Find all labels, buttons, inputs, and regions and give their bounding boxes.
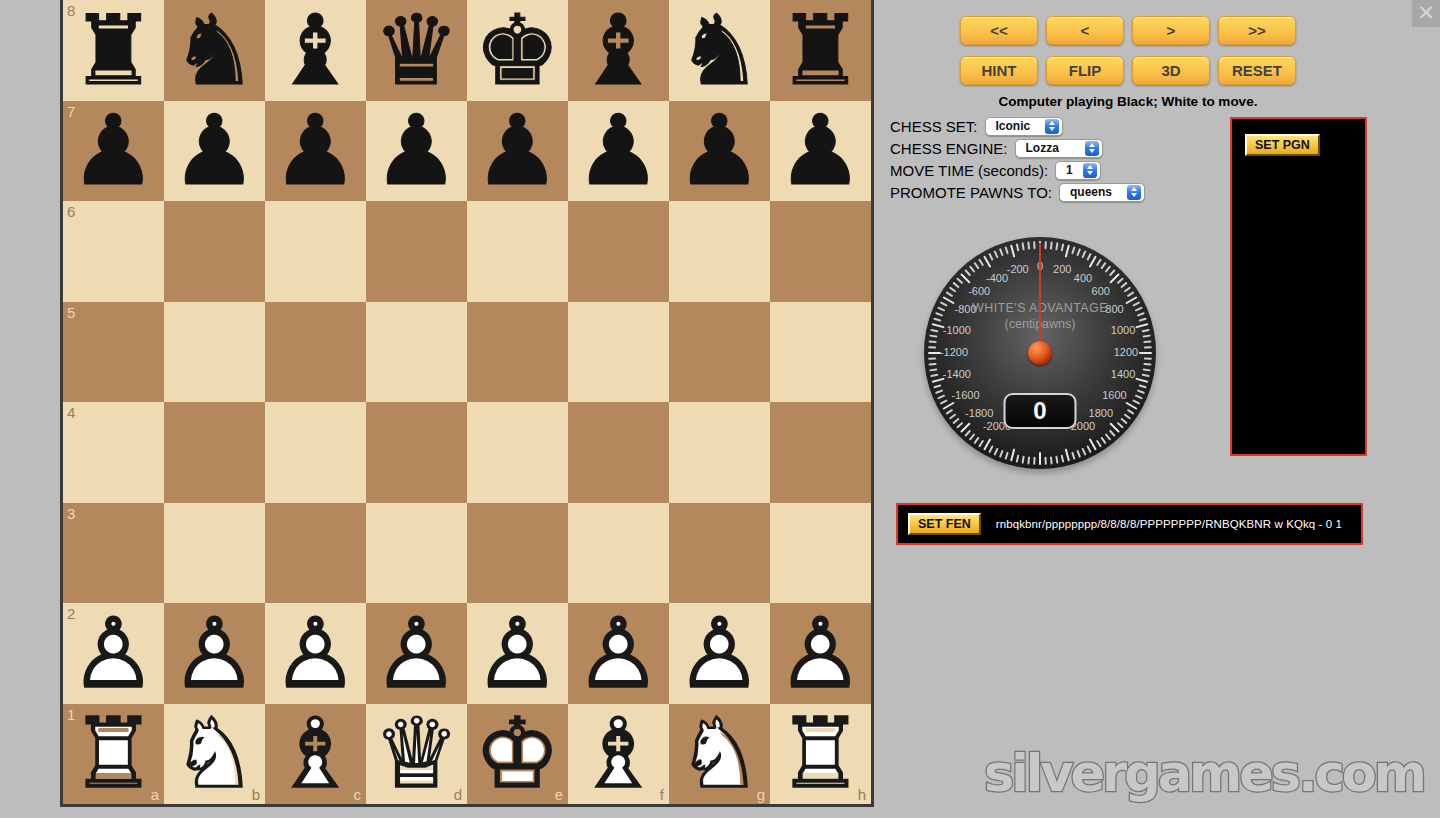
piece-white-queen[interactable]: ♛♕ xyxy=(366,704,467,805)
square-a7[interactable]: 7♟ xyxy=(63,101,164,202)
chess-engine-select[interactable]: Lozza xyxy=(1015,139,1103,158)
piece-white-knight[interactable]: ♞♘ xyxy=(164,704,265,805)
gauge-tick xyxy=(973,262,979,270)
piece-black-queen[interactable]: ♛ xyxy=(366,0,467,101)
piece-white-bishop[interactable]: ♝♗ xyxy=(265,704,366,805)
gauge-tick xyxy=(933,384,941,388)
gauge-tick xyxy=(1033,241,1035,249)
gauge-tick-label: 1200 xyxy=(1104,346,1148,358)
piece-white-bishop[interactable]: ♝♗ xyxy=(568,704,669,805)
square-f5[interactable] xyxy=(568,302,669,403)
gauge-tick xyxy=(946,291,954,297)
chess-engine-value: Lozza xyxy=(1026,141,1059,155)
fen-text[interactable]: rnbqkbnr/pppppppp/8/8/8/8/PPPPPPPP/RNBQK… xyxy=(996,518,1342,530)
gauge-tick xyxy=(1137,389,1145,394)
gauge-tick-label: 1800 xyxy=(1079,407,1123,419)
square-c2[interactable]: ♟♙ xyxy=(265,603,366,704)
piece-black-pawn[interactable]: ♟ xyxy=(568,101,669,202)
gauge-tick xyxy=(1143,340,1151,343)
piece-black-king[interactable]: ♚ xyxy=(467,0,568,101)
chess-engine-label: CHESS ENGINE: xyxy=(890,140,1008,157)
square-g3[interactable] xyxy=(669,503,770,604)
gauge-tick xyxy=(1127,291,1135,297)
gauge-tick xyxy=(999,248,1004,256)
gauge-tick xyxy=(1010,245,1015,258)
board-grid: 8♜♞♝♛♚♝♞♜7♟♟♟♟♟♟♟♟65432♟♙♟♙♟♙♟♙♟♙♟♙♟♙♟♙1… xyxy=(63,0,871,804)
square-e1[interactable]: e♚♔ xyxy=(467,704,568,805)
square-d4[interactable] xyxy=(366,402,467,503)
piece-black-pawn[interactable]: ♟ xyxy=(265,101,366,202)
gauge-tick xyxy=(1065,448,1070,461)
square-g5[interactable] xyxy=(669,302,770,403)
square-g7[interactable]: ♟ xyxy=(669,101,770,202)
square-d7[interactable]: ♟ xyxy=(366,101,467,202)
move-time-label: MOVE TIME (seconds): xyxy=(890,162,1048,179)
square-a4[interactable]: 4 xyxy=(63,402,164,503)
gauge-tick xyxy=(1016,455,1020,463)
chess-set-row: CHESS SET: Iconic xyxy=(890,116,1063,136)
gauge-tick xyxy=(1039,452,1041,465)
square-c1[interactable]: c♝♗ xyxy=(265,704,366,805)
promote-pawns-select[interactable]: queens xyxy=(1059,183,1145,202)
square-a5[interactable]: 5 xyxy=(63,302,164,403)
reset-button[interactable]: RESET xyxy=(1218,56,1296,85)
pgn-panel[interactable]: SET PGN xyxy=(1230,117,1367,456)
gauge-tick-label: -1600 xyxy=(944,389,988,401)
piece-black-pawn[interactable]: ♟ xyxy=(467,101,568,202)
square-e7[interactable]: ♟ xyxy=(467,101,568,202)
gauge-tick xyxy=(1127,409,1135,415)
square-f4[interactable] xyxy=(568,402,669,503)
silvergames-watermark: silvergames.com xyxy=(984,744,1424,803)
gauge-tick xyxy=(964,269,971,276)
square-d8[interactable]: ♛ xyxy=(366,0,467,101)
square-d3[interactable] xyxy=(366,503,467,604)
gauge-tick xyxy=(1109,430,1116,437)
gauge-tick xyxy=(994,250,999,258)
close-icon[interactable]: ✕ xyxy=(1412,0,1440,27)
gauge-tick xyxy=(978,259,984,267)
next-move-button[interactable]: > xyxy=(1132,16,1210,45)
square-b6[interactable] xyxy=(164,201,265,302)
square-h8[interactable]: ♜ xyxy=(770,0,871,101)
gauge-hub xyxy=(1028,341,1052,365)
gauge-tick xyxy=(988,445,993,453)
square-b2[interactable]: ♟♙ xyxy=(164,603,265,704)
piece-white-pawn[interactable]: ♟♙ xyxy=(164,603,265,704)
move-time-row: MOVE TIME (seconds): 1 xyxy=(890,160,1101,180)
nav-button-row: << < > >> xyxy=(960,16,1296,45)
square-d1[interactable]: d♛♕ xyxy=(366,704,467,805)
gauge-tick-label: -1400 xyxy=(935,368,979,380)
square-c3[interactable] xyxy=(265,503,366,604)
piece-black-rook[interactable]: ♜ xyxy=(63,0,164,101)
square-h4[interactable] xyxy=(770,402,871,503)
hint-button[interactable]: HINT xyxy=(960,56,1038,85)
piece-black-bishop[interactable]: ♝ xyxy=(568,0,669,101)
gauge-tick xyxy=(1061,243,1065,251)
square-h7[interactable]: ♟ xyxy=(770,101,871,202)
square-c8[interactable]: ♝ xyxy=(265,0,366,101)
piece-black-pawn[interactable]: ♟ xyxy=(669,101,770,202)
gauge-tick xyxy=(1086,445,1091,453)
gauge-tick xyxy=(1076,450,1081,458)
gauge-tick xyxy=(1065,245,1070,258)
gauge-tick xyxy=(1050,242,1053,250)
advantage-gauge: -2000-1800-1600-1400-1200-1000-800-600-4… xyxy=(924,237,1156,469)
square-f7[interactable]: ♟ xyxy=(568,101,669,202)
rank-label-5: 5 xyxy=(67,304,75,321)
gauge-tick xyxy=(1117,422,1124,429)
gauge-tick xyxy=(1050,456,1053,464)
gauge-tick xyxy=(935,389,943,394)
piece-white-pawn[interactable]: ♟♙ xyxy=(265,603,366,704)
gauge-tick xyxy=(1055,456,1058,464)
gauge-tick-label: 1600 xyxy=(1092,389,1136,401)
square-h1[interactable]: h♜♖ xyxy=(770,704,871,805)
piece-black-rook[interactable]: ♜ xyxy=(770,0,871,101)
square-h6[interactable] xyxy=(770,201,871,302)
gauge-tick xyxy=(1143,363,1151,366)
promote-pawns-row: PROMOTE PAWNS TO: queens xyxy=(890,182,1145,202)
gauge-tick xyxy=(1096,440,1102,448)
piece-white-rook[interactable]: ♜♖ xyxy=(63,704,164,805)
prev-move-button[interactable]: < xyxy=(1046,16,1124,45)
gauge-tick xyxy=(1081,250,1086,258)
square-e8[interactable]: ♚ xyxy=(467,0,568,101)
square-a3[interactable]: 3 xyxy=(63,503,164,604)
square-a2[interactable]: 2♟♙ xyxy=(63,603,164,704)
gauge-tick-label: -1200 xyxy=(932,346,976,358)
piece-white-pawn[interactable]: ♟♙ xyxy=(669,603,770,704)
square-a1[interactable]: 1a♜♖ xyxy=(63,704,164,805)
gauge-tick xyxy=(1071,246,1075,254)
gauge-tick xyxy=(1100,437,1106,445)
chess-engine-row: CHESS ENGINE: Lozza xyxy=(890,138,1103,158)
square-h3[interactable] xyxy=(770,503,871,604)
square-a6[interactable]: 6 xyxy=(63,201,164,302)
gauge-tick xyxy=(999,450,1004,458)
square-b4[interactable] xyxy=(164,402,265,503)
square-f3[interactable] xyxy=(568,503,669,604)
gauge-tick xyxy=(1071,452,1075,460)
gauge-tick xyxy=(1055,242,1058,250)
square-g8[interactable]: ♞ xyxy=(669,0,770,101)
gauge-tick xyxy=(929,340,937,343)
gauge-tick xyxy=(1021,456,1024,464)
square-g1[interactable]: g♞♘ xyxy=(669,704,770,805)
stepper-icon xyxy=(1045,119,1059,134)
square-b8[interactable]: ♞ xyxy=(164,0,265,101)
gauge-tick xyxy=(978,440,984,448)
gauge-tick xyxy=(1139,384,1147,388)
gauge-tick xyxy=(994,448,999,456)
piece-black-knight[interactable]: ♞ xyxy=(669,0,770,101)
piece-black-pawn[interactable]: ♟ xyxy=(366,101,467,202)
chess-board: 8♜♞♝♛♚♝♞♜7♟♟♟♟♟♟♟♟65432♟♙♟♙♟♙♟♙♟♙♟♙♟♙♟♙1… xyxy=(60,0,874,807)
fen-bar: SET FEN rnbqkbnr/pppppppp/8/8/8/8/PPPPPP… xyxy=(896,503,1363,545)
gauge-tick xyxy=(1010,448,1015,461)
piece-white-pawn[interactable]: ♟♙ xyxy=(63,603,164,704)
gauge-tick-label: -1800 xyxy=(957,407,1001,419)
square-a8[interactable]: 8♜ xyxy=(63,0,164,101)
square-d5[interactable] xyxy=(366,302,467,403)
gauge-tick xyxy=(1124,413,1132,419)
gauge-tick xyxy=(1004,246,1008,254)
square-f8[interactable]: ♝ xyxy=(568,0,669,101)
gauge-tick xyxy=(988,253,993,261)
square-b3[interactable] xyxy=(164,503,265,604)
square-g6[interactable] xyxy=(669,201,770,302)
last-move-button[interactable]: >> xyxy=(1218,16,1296,45)
gauge-tick xyxy=(1027,242,1030,250)
gauge-tick xyxy=(956,277,963,284)
rank-label-3: 3 xyxy=(67,505,75,522)
square-f1[interactable]: f♝♗ xyxy=(568,704,669,805)
piece-white-rook[interactable]: ♜♖ xyxy=(770,704,871,805)
gauge-tick xyxy=(1105,433,1112,440)
move-time-value: 1 xyxy=(1066,163,1073,177)
gauge-tick-label: -600 xyxy=(957,285,1001,297)
square-d2[interactable]: ♟♙ xyxy=(366,603,467,704)
square-b7[interactable]: ♟ xyxy=(164,101,265,202)
action-button-row: HINT FLIP 3D RESET xyxy=(960,56,1296,85)
piece-white-pawn[interactable]: ♟♙ xyxy=(467,603,568,704)
chess-set-value: Iconic xyxy=(996,119,1031,133)
square-f2[interactable]: ♟♙ xyxy=(568,603,669,704)
square-c5[interactable] xyxy=(265,302,366,403)
square-h2[interactable]: ♟♙ xyxy=(770,603,871,704)
set-fen-button[interactable]: SET FEN xyxy=(908,513,981,535)
gauge-tick-label: 1400 xyxy=(1101,368,1145,380)
square-e5[interactable] xyxy=(467,302,568,403)
rank-label-6: 6 xyxy=(67,203,75,220)
stepper-icon xyxy=(1127,185,1141,200)
3d-button[interactable]: 3D xyxy=(1132,56,1210,85)
gauge-tick xyxy=(1081,448,1086,456)
piece-black-pawn[interactable]: ♟ xyxy=(63,101,164,202)
gauge-tick xyxy=(1033,457,1035,465)
gauge-tick xyxy=(929,363,937,366)
chess-set-select[interactable]: Iconic xyxy=(985,117,1063,136)
status-text: Computer playing Black; White to move. xyxy=(888,94,1368,109)
piece-black-bishop[interactable]: ♝ xyxy=(265,0,366,101)
chess-set-label: CHESS SET: xyxy=(890,118,978,135)
piece-black-knight[interactable]: ♞ xyxy=(164,0,265,101)
square-f6[interactable] xyxy=(568,201,669,302)
square-g4[interactable] xyxy=(669,402,770,503)
move-time-select[interactable]: 1 xyxy=(1055,161,1101,180)
piece-white-pawn[interactable]: ♟♙ xyxy=(568,603,669,704)
gauge-tick-label: 600 xyxy=(1079,285,1123,297)
piece-black-pawn[interactable]: ♟ xyxy=(770,101,871,202)
gauge-tick xyxy=(1061,455,1065,463)
piece-white-knight[interactable]: ♞♘ xyxy=(669,704,770,805)
gauge-tick xyxy=(1021,242,1024,250)
rank-label-4: 4 xyxy=(67,404,75,421)
square-e3[interactable] xyxy=(467,503,568,604)
stepper-icon xyxy=(1085,141,1099,156)
gauge-tick xyxy=(1016,243,1020,251)
gauge-tick xyxy=(1044,241,1046,249)
gauge-tick-label: 400 xyxy=(1061,272,1105,284)
square-e2[interactable]: ♟♙ xyxy=(467,603,568,704)
first-move-button[interactable]: << xyxy=(960,16,1038,45)
gauge-value: 0 xyxy=(1004,393,1077,429)
square-c7[interactable]: ♟ xyxy=(265,101,366,202)
gauge-tick xyxy=(949,286,957,292)
square-b1[interactable]: b♞♘ xyxy=(164,704,265,805)
stepper-icon xyxy=(1083,163,1097,178)
square-e4[interactable] xyxy=(467,402,568,503)
piece-black-pawn[interactable]: ♟ xyxy=(164,101,265,202)
square-h5[interactable] xyxy=(770,302,871,403)
square-c6[interactable] xyxy=(265,201,366,302)
square-d6[interactable] xyxy=(366,201,467,302)
piece-white-king[interactable]: ♚♔ xyxy=(467,704,568,805)
square-e6[interactable] xyxy=(467,201,568,302)
promote-pawns-label: PROMOTE PAWNS TO: xyxy=(890,184,1052,201)
promote-pawns-value: queens xyxy=(1070,185,1112,199)
square-g2[interactable]: ♟♙ xyxy=(669,603,770,704)
gauge-tick xyxy=(1027,456,1030,464)
set-pgn-button[interactable]: SET PGN xyxy=(1245,134,1320,156)
square-c4[interactable] xyxy=(265,402,366,503)
gauge-tick xyxy=(1004,452,1008,460)
piece-white-pawn[interactable]: ♟♙ xyxy=(770,603,871,704)
flip-button[interactable]: FLIP xyxy=(1046,56,1124,85)
piece-white-pawn[interactable]: ♟♙ xyxy=(366,603,467,704)
gauge-tick xyxy=(1044,457,1046,465)
gauge-tick xyxy=(1076,248,1081,256)
square-b5[interactable] xyxy=(164,302,265,403)
gauge-tick xyxy=(1086,253,1091,261)
gauge-needle xyxy=(1039,243,1041,353)
